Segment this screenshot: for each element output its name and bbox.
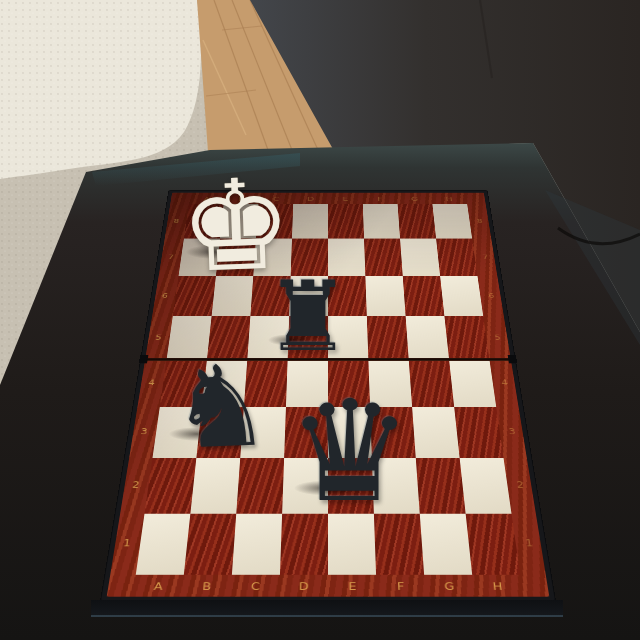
square-h3[interactable] [454,407,503,458]
square-g4[interactable] [409,360,454,407]
square-f7[interactable] [364,239,403,276]
square-h2[interactable] [460,458,512,514]
black-knight-b3[interactable]: ♞ [168,349,273,465]
square-g8[interactable] [398,204,437,239]
square-h1[interactable] [466,514,521,575]
square-f5[interactable] [367,316,409,359]
square-e8[interactable] [328,204,364,239]
file-label: E [328,579,377,592]
square-h8[interactable] [432,204,472,239]
file-label: G [397,195,432,201]
square-h6[interactable] [440,276,483,316]
file-label: D [279,579,328,592]
file-label: B [182,579,232,592]
square-f8[interactable] [363,204,400,239]
square-d8[interactable] [292,204,328,239]
file-labels-bottom: ABCDEFGH [133,576,524,596]
file-label: H [431,195,466,201]
square-g3[interactable] [412,407,460,458]
square-h7[interactable] [436,239,477,276]
square-g1[interactable] [420,514,472,575]
file-label: H [473,579,523,592]
square-c1[interactable] [232,514,282,575]
square-h4[interactable] [449,360,496,407]
file-label: G [424,579,474,592]
rank-label: 8 [469,204,492,239]
square-a1[interactable] [136,514,191,575]
square-f6[interactable] [365,276,405,316]
square-g2[interactable] [416,458,466,514]
square-g6[interactable] [403,276,445,316]
file-label: F [362,195,397,201]
square-h5[interactable] [444,316,489,359]
square-b1[interactable] [184,514,236,575]
file-label: C [231,579,280,592]
file-label: E [328,195,363,201]
black-rook-d5[interactable]: ♜ [265,268,352,365]
hinge-left [139,355,149,363]
black-queen-e2[interactable]: ♛ [287,382,413,522]
hinge-right [508,355,518,363]
square-g7[interactable] [400,239,440,276]
file-label: A [133,579,183,592]
scene: ABCDEFGH ABCDEFGH 87654321 87654321 ♚ ♜ … [0,0,640,640]
file-label: D [293,195,328,201]
board-side-edge [91,600,563,617]
file-label: F [376,579,425,592]
square-g5[interactable] [406,316,449,359]
